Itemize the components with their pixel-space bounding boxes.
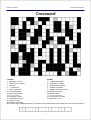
page-title: Crossword — [1, 12, 91, 16]
header-right-text: Crossword Puzzle — [70, 6, 84, 8]
down-clues: Down 1.Animal that barks2.Opposite of em… — [47, 79, 85, 104]
grid-cell[interactable] — [77, 72, 81, 76]
page-number: - 1 - — [1, 114, 91, 116]
hidden-word-answer-boxes — [1, 108, 91, 112]
crossword-grid[interactable] — [11, 17, 81, 76]
page-header: January 2023 Crossword Puzzle — [7, 6, 85, 8]
header-left-text: January 2023 — [7, 6, 18, 8]
clue-lists: Across 1.Opposite of cold4.Large body of… — [7, 79, 85, 104]
answer-box[interactable] — [68, 108, 71, 112]
clue-item: 19.Opposite of old — [47, 98, 85, 100]
worksheet-page: January 2023 Crossword Puzzle Crossword … — [0, 0, 91, 120]
hidden-word-instruction: The letters in the shaded squares, read … — [7, 103, 85, 105]
across-clues: Across 1.Opposite of cold4.Large body of… — [7, 79, 45, 104]
clue-text: Opposite of old — [50, 98, 62, 100]
